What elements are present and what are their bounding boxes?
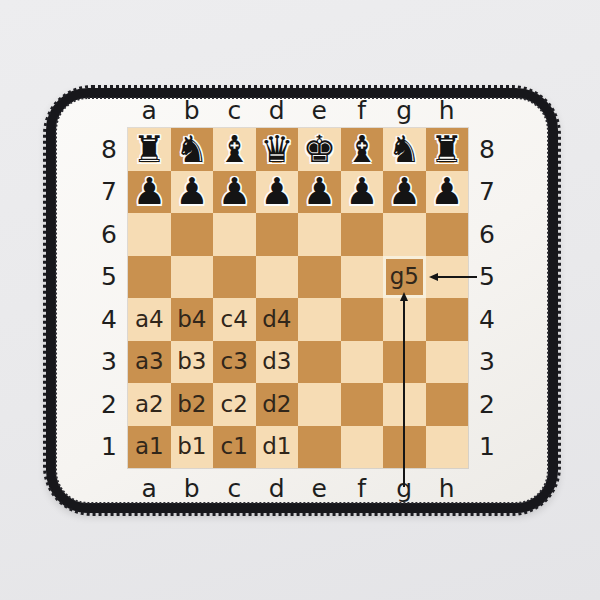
square-b8: ♞ — [171, 128, 214, 171]
rank-label-3: 3 — [470, 341, 504, 384]
rank-labels-left: 87654321 — [92, 128, 126, 468]
square-d7: ♟ — [256, 171, 299, 214]
square-b7: ♟ — [171, 171, 214, 214]
square-f3 — [341, 341, 384, 384]
file-label-h: h — [426, 471, 469, 505]
square-a2: a2 — [128, 383, 171, 426]
black-pawn-a7: ♟ — [133, 173, 166, 210]
chess-board: ♜♞♝♛♚♝♞♜♟♟♟♟♟♟♟♟g5a4b4c4d4a3b3c3d3a2b2c2… — [128, 128, 468, 468]
file-label-f: f — [341, 93, 384, 127]
square-b1: b1 — [171, 426, 214, 469]
black-pawn-d7: ♟ — [260, 173, 293, 210]
square-b4: b4 — [171, 298, 214, 341]
square-c7: ♟ — [213, 171, 256, 214]
arrow-g-file-to-g5 — [403, 301, 405, 487]
square-h7: ♟ — [426, 171, 469, 214]
file-label-d: d — [256, 93, 299, 127]
square-a6 — [128, 213, 171, 256]
file-label-b: b — [171, 93, 214, 127]
black-pawn-h7: ♟ — [430, 173, 463, 210]
square-a4: a4 — [128, 298, 171, 341]
black-bishop-c8: ♝ — [218, 131, 251, 168]
black-pawn-e7: ♟ — [303, 173, 336, 210]
square-f5 — [341, 256, 384, 299]
file-label-e: e — [298, 93, 341, 127]
square-b5 — [171, 256, 214, 299]
black-rook-a8: ♜ — [133, 131, 166, 168]
square-f7: ♟ — [341, 171, 384, 214]
square-e1 — [298, 426, 341, 469]
square-d4: d4 — [256, 298, 299, 341]
square-b6 — [171, 213, 214, 256]
file-label-f: f — [341, 471, 384, 505]
square-a5 — [128, 256, 171, 299]
rank-label-1: 1 — [92, 426, 126, 469]
black-king-e8: ♚ — [303, 131, 336, 168]
square-c5 — [213, 256, 256, 299]
square-g8: ♞ — [383, 128, 426, 171]
square-e7: ♟ — [298, 171, 341, 214]
square-d8: ♛ — [256, 128, 299, 171]
square-c3: c3 — [213, 341, 256, 384]
square-h8: ♜ — [426, 128, 469, 171]
square-d2: d2 — [256, 383, 299, 426]
file-label-h: h — [426, 93, 469, 127]
black-queen-d8: ♛ — [260, 131, 293, 168]
rank-label-2: 2 — [92, 383, 126, 426]
square-d5 — [256, 256, 299, 299]
black-knight-b8: ♞ — [175, 131, 208, 168]
rank-label-6: 6 — [470, 213, 504, 256]
file-label-d: d — [256, 471, 299, 505]
arrow-rank5-to-g5 — [438, 276, 477, 278]
black-rook-h8: ♜ — [430, 131, 463, 168]
square-d3: d3 — [256, 341, 299, 384]
square-a7: ♟ — [128, 171, 171, 214]
square-b3: b3 — [171, 341, 214, 384]
rank-label-1: 1 — [470, 426, 504, 469]
square-g7: ♟ — [383, 171, 426, 214]
square-c2: c2 — [213, 383, 256, 426]
square-c6 — [213, 213, 256, 256]
square-e3 — [298, 341, 341, 384]
black-pawn-f7: ♟ — [345, 173, 378, 210]
rank-label-3: 3 — [92, 341, 126, 384]
mousepad-product-photo: abcdefgh abcdefgh 87654321 87654321 ♜♞♝♛… — [0, 0, 600, 600]
square-a8: ♜ — [128, 128, 171, 171]
square-d6 — [256, 213, 299, 256]
square-a1: a1 — [128, 426, 171, 469]
square-f6 — [341, 213, 384, 256]
square-b2: b2 — [171, 383, 214, 426]
square-e6 — [298, 213, 341, 256]
file-labels-bottom: abcdefgh — [128, 471, 468, 505]
square-f1 — [341, 426, 384, 469]
file-label-b: b — [171, 471, 214, 505]
square-e4 — [298, 298, 341, 341]
square-h4 — [426, 298, 469, 341]
square-g6 — [383, 213, 426, 256]
square-d1: d1 — [256, 426, 299, 469]
square-f2 — [341, 383, 384, 426]
rank-labels-right: 87654321 — [470, 128, 504, 468]
file-label-e: e — [298, 471, 341, 505]
file-label-a: a — [128, 93, 171, 127]
black-bishop-f8: ♝ — [345, 131, 378, 168]
square-h1 — [426, 426, 469, 469]
black-pawn-b7: ♟ — [175, 173, 208, 210]
square-h3 — [426, 341, 469, 384]
rank-label-6: 6 — [92, 213, 126, 256]
black-pawn-g7: ♟ — [388, 173, 421, 210]
square-f8: ♝ — [341, 128, 384, 171]
rank-label-5: 5 — [92, 256, 126, 299]
square-a3: a3 — [128, 341, 171, 384]
rank-label-2: 2 — [470, 383, 504, 426]
file-label-c: c — [213, 93, 256, 127]
square-f4 — [341, 298, 384, 341]
square-e5 — [298, 256, 341, 299]
black-pawn-c7: ♟ — [218, 173, 251, 210]
square-h6 — [426, 213, 469, 256]
square-c8: ♝ — [213, 128, 256, 171]
rank-label-7: 7 — [470, 171, 504, 214]
file-label-c: c — [213, 471, 256, 505]
rank-label-8: 8 — [470, 128, 504, 171]
square-c1: c1 — [213, 426, 256, 469]
rank-label-8: 8 — [92, 128, 126, 171]
file-label-g: g — [383, 93, 426, 127]
file-labels-top: abcdefgh — [128, 93, 468, 127]
black-knight-g8: ♞ — [388, 131, 421, 168]
rank-label-4: 4 — [470, 298, 504, 341]
rank-label-4: 4 — [92, 298, 126, 341]
file-label-a: a — [128, 471, 171, 505]
square-h2 — [426, 383, 469, 426]
rank-label-7: 7 — [92, 171, 126, 214]
square-e2 — [298, 383, 341, 426]
square-e8: ♚ — [298, 128, 341, 171]
square-c4: c4 — [213, 298, 256, 341]
